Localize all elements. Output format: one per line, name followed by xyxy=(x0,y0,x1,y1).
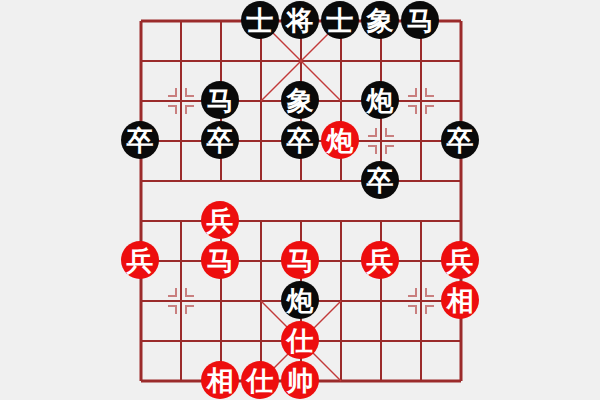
point-marker xyxy=(386,146,394,154)
piece-red-general[interactable]: 帅 xyxy=(281,361,319,399)
piece-red-pawn[interactable]: 兵 xyxy=(121,241,159,279)
piece-red-pawn[interactable]: 兵 xyxy=(201,201,239,239)
piece-black-pawn[interactable]: 卒 xyxy=(281,121,319,159)
piece-black-horse[interactable]: 马 xyxy=(401,1,439,39)
piece-black-cannon[interactable]: 炮 xyxy=(361,81,399,119)
point-marker xyxy=(426,88,434,96)
point-marker xyxy=(186,106,194,114)
piece-red-pawn[interactable]: 兵 xyxy=(441,241,479,279)
piece-red-advisor[interactable]: 仕 xyxy=(241,361,279,399)
piece-black-cannon[interactable]: 炮 xyxy=(281,281,319,319)
piece-red-horse[interactable]: 马 xyxy=(201,241,239,279)
piece-red-horse[interactable]: 马 xyxy=(281,241,319,279)
piece-black-pawn[interactable]: 卒 xyxy=(361,161,399,199)
point-marker xyxy=(368,128,376,136)
point-marker xyxy=(186,306,194,314)
piece-red-pawn[interactable]: 兵 xyxy=(361,241,399,279)
point-marker xyxy=(408,106,416,114)
point-marker xyxy=(368,146,376,154)
piece-black-horse[interactable]: 马 xyxy=(201,81,239,119)
point-marker xyxy=(168,106,176,114)
piece-red-elephant[interactable]: 相 xyxy=(201,361,239,399)
point-marker xyxy=(426,306,434,314)
point-marker xyxy=(426,106,434,114)
piece-black-elephant[interactable]: 象 xyxy=(361,1,399,39)
piece-black-pawn[interactable]: 卒 xyxy=(441,121,479,159)
piece-red-cannon[interactable]: 炮 xyxy=(321,121,359,159)
point-marker xyxy=(186,288,194,296)
point-marker xyxy=(168,88,176,96)
point-marker xyxy=(408,88,416,96)
point-marker xyxy=(168,288,176,296)
point-marker xyxy=(168,306,176,314)
xiangqi-app: 士将士象马马象炮卒卒卒炮卒卒兵兵马马兵兵炮相仕相仕帅 xyxy=(0,0,600,400)
point-marker xyxy=(386,128,394,136)
point-marker xyxy=(408,288,416,296)
piece-black-general[interactable]: 将 xyxy=(281,1,319,39)
piece-black-advisor[interactable]: 士 xyxy=(321,1,359,39)
point-marker xyxy=(426,288,434,296)
piece-black-elephant[interactable]: 象 xyxy=(281,81,319,119)
piece-red-elephant[interactable]: 相 xyxy=(441,281,479,319)
point-marker xyxy=(408,306,416,314)
piece-black-pawn[interactable]: 卒 xyxy=(121,121,159,159)
point-marker xyxy=(186,88,194,96)
piece-black-pawn[interactable]: 卒 xyxy=(201,121,239,159)
piece-black-advisor[interactable]: 士 xyxy=(241,1,279,39)
xiangqi-board: 士将士象马马象炮卒卒卒炮卒卒兵兵马马兵兵炮相仕相仕帅 xyxy=(0,0,600,400)
piece-red-advisor[interactable]: 仕 xyxy=(281,321,319,359)
